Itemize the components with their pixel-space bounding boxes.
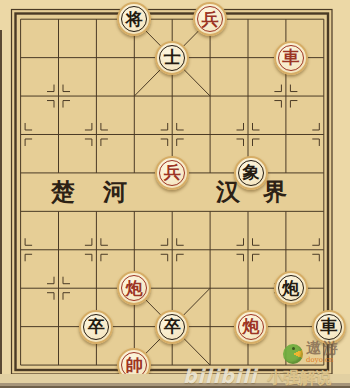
black-soldier[interactable]: 卒: [79, 310, 113, 344]
piece-glyph: 車: [282, 49, 299, 66]
piece-ring: 炮: [121, 275, 147, 301]
piece-glyph: 兵: [202, 10, 219, 27]
red-chariot[interactable]: 車: [274, 41, 308, 75]
doyo-watermark: 遨游 doyo.cn: [283, 341, 340, 364]
red-soldier[interactable]: 兵: [193, 2, 227, 36]
black-advisor[interactable]: 士: [155, 41, 189, 75]
piece-glyph: 士: [164, 49, 181, 66]
piece-ring: 兵: [159, 160, 185, 186]
doyo-watermark-label: 遨游: [306, 341, 340, 356]
piece-glyph: 炮: [282, 279, 299, 296]
red-cannon[interactable]: 炮: [234, 310, 268, 344]
red-soldier[interactable]: 兵: [155, 156, 189, 190]
board[interactable]: 将兵士車兵象炮炮卒卒炮車帥: [2, 0, 343, 384]
piece-glyph: 炮: [126, 279, 143, 296]
piece-ring: 車: [316, 314, 342, 340]
left-edge-artifact: [0, 30, 2, 374]
bilibili-logo: bilibili: [183, 365, 257, 387]
piece-glyph: 卒: [164, 318, 181, 335]
piece-ring: 炮: [278, 275, 304, 301]
piece-ring: 炮: [238, 314, 264, 340]
red-cannon[interactable]: 炮: [117, 271, 151, 305]
piece-ring: 将: [121, 6, 147, 32]
bilibili-watermark: bilibili 小强解说: [183, 365, 331, 388]
piece-glyph: 帥: [126, 356, 143, 373]
piece-ring: 象: [238, 160, 264, 186]
doyo-watermark-domain: doyo.cn: [306, 357, 340, 364]
black-soldier[interactable]: 卒: [155, 310, 189, 344]
piece-glyph: 兵: [164, 164, 181, 181]
xiangqi-screenshot: 楚 河 汉 界 将兵士車兵象炮炮卒卒炮車帥 遨游 doyo.cn bilibil…: [0, 0, 350, 388]
piece-glyph: 炮: [242, 318, 259, 335]
black-cannon[interactable]: 炮: [274, 271, 308, 305]
black-elephant[interactable]: 象: [234, 156, 268, 190]
piece-ring: 兵: [197, 6, 223, 32]
piece-ring: 士: [159, 45, 185, 71]
piece-glyph: 卒: [88, 318, 105, 335]
piece-glyph: 将: [126, 10, 143, 27]
piece-glyph: 車: [320, 318, 337, 335]
black-general[interactable]: 将: [117, 2, 151, 36]
channel-name-watermark: 小强解说: [267, 368, 331, 388]
piece-ring: 卒: [83, 314, 109, 340]
piece-ring: 卒: [159, 314, 185, 340]
piece-glyph: 象: [242, 164, 259, 181]
piece-ring: 車: [278, 45, 304, 71]
doyo-mascot-icon: [283, 344, 303, 364]
